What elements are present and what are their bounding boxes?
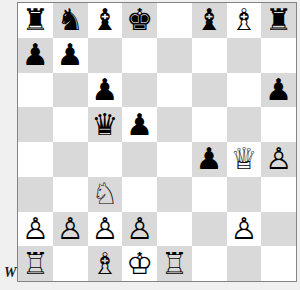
square-c1[interactable]: ♗	[88, 246, 123, 281]
square-h3[interactable]	[261, 177, 296, 212]
square-h7[interactable]	[261, 38, 296, 73]
square-e4[interactable]	[157, 142, 192, 177]
square-d2[interactable]: ♙	[122, 212, 157, 247]
square-e1[interactable]: ♖	[157, 246, 192, 281]
piece-black-bishop: ♝	[91, 5, 118, 35]
piece-black-rook: ♜	[22, 5, 49, 35]
piece-black-rook: ♜	[265, 5, 292, 35]
square-e8[interactable]	[157, 3, 192, 38]
square-a5[interactable]	[18, 107, 53, 142]
square-f3[interactable]	[192, 177, 227, 212]
square-c4[interactable]	[88, 142, 123, 177]
square-b4[interactable]	[53, 142, 88, 177]
square-b5[interactable]	[53, 107, 88, 142]
square-h2[interactable]	[261, 212, 296, 247]
piece-white-pawn: ♙	[91, 214, 118, 244]
square-b1[interactable]	[53, 246, 88, 281]
square-h8[interactable]: ♜	[261, 3, 296, 38]
piece-black-pawn: ♟	[265, 75, 292, 105]
side-to-move-indicator: W	[4, 265, 16, 281]
piece-black-knight: ♞	[57, 5, 84, 35]
square-c6[interactable]: ♟	[88, 73, 123, 108]
square-e2[interactable]	[157, 212, 192, 247]
piece-black-pawn: ♟	[196, 144, 223, 174]
square-g5[interactable]	[227, 107, 262, 142]
square-g1[interactable]	[227, 246, 262, 281]
square-e7[interactable]	[157, 38, 192, 73]
piece-white-king: ♔	[126, 249, 153, 279]
square-c3[interactable]: ♘	[88, 177, 123, 212]
square-a4[interactable]	[18, 142, 53, 177]
square-e6[interactable]	[157, 73, 192, 108]
square-c5[interactable]: ♛	[88, 107, 123, 142]
square-b7[interactable]: ♟	[53, 38, 88, 73]
square-a7[interactable]: ♟	[18, 38, 53, 73]
piece-white-pawn: ♙	[265, 144, 292, 174]
square-d7[interactable]	[122, 38, 157, 73]
square-c2[interactable]: ♙	[88, 212, 123, 247]
square-b8[interactable]: ♞	[53, 3, 88, 38]
square-g8[interactable]: ♗	[227, 3, 262, 38]
square-b6[interactable]	[53, 73, 88, 108]
square-g2[interactable]: ♙	[227, 212, 262, 247]
square-e3[interactable]	[157, 177, 192, 212]
square-f8[interactable]: ♝	[192, 3, 227, 38]
chess-board: ♜♞♝♚♝♗♜♟♟♟♟♛♟♟♕♙♘♙♙♙♙♙♖♗♔♖	[17, 2, 297, 282]
square-a1[interactable]: ♖	[18, 246, 53, 281]
square-h5[interactable]	[261, 107, 296, 142]
piece-black-pawn: ♟	[22, 40, 49, 70]
piece-black-king: ♚	[126, 5, 153, 35]
piece-black-pawn: ♟	[57, 40, 84, 70]
square-f7[interactable]	[192, 38, 227, 73]
piece-white-pawn: ♙	[126, 214, 153, 244]
piece-black-bishop: ♝	[196, 5, 223, 35]
square-g3[interactable]	[227, 177, 262, 212]
square-f4[interactable]: ♟	[192, 142, 227, 177]
piece-white-rook: ♖	[22, 249, 49, 279]
square-h1[interactable]	[261, 246, 296, 281]
square-e5[interactable]	[157, 107, 192, 142]
square-f1[interactable]	[192, 246, 227, 281]
square-f5[interactable]	[192, 107, 227, 142]
piece-white-pawn: ♙	[22, 214, 49, 244]
piece-white-bishop: ♗	[230, 5, 257, 35]
piece-white-rook: ♖	[161, 249, 188, 279]
square-c8[interactable]: ♝	[88, 3, 123, 38]
square-d8[interactable]: ♚	[122, 3, 157, 38]
square-h4[interactable]: ♙	[261, 142, 296, 177]
piece-white-knight: ♘	[91, 179, 118, 209]
square-d4[interactable]	[122, 142, 157, 177]
piece-black-pawn: ♟	[91, 75, 118, 105]
square-a8[interactable]: ♜	[18, 3, 53, 38]
square-d5[interactable]: ♟	[122, 107, 157, 142]
square-g7[interactable]	[227, 38, 262, 73]
piece-white-pawn: ♙	[230, 214, 257, 244]
square-a6[interactable]	[18, 73, 53, 108]
square-a3[interactable]	[18, 177, 53, 212]
piece-white-bishop: ♗	[91, 249, 118, 279]
square-f6[interactable]	[192, 73, 227, 108]
square-f2[interactable]	[192, 212, 227, 247]
piece-white-queen: ♕	[230, 144, 257, 174]
square-c7[interactable]	[88, 38, 123, 73]
square-a2[interactable]: ♙	[18, 212, 53, 247]
square-g4[interactable]: ♕	[227, 142, 262, 177]
square-h6[interactable]: ♟	[261, 73, 296, 108]
square-d6[interactable]	[122, 73, 157, 108]
square-b3[interactable]	[53, 177, 88, 212]
square-g6[interactable]	[227, 73, 262, 108]
piece-white-pawn: ♙	[57, 214, 84, 244]
square-d1[interactable]: ♔	[122, 246, 157, 281]
square-b2[interactable]: ♙	[53, 212, 88, 247]
piece-black-pawn: ♟	[126, 110, 153, 140]
piece-black-queen: ♛	[91, 110, 118, 140]
square-d3[interactable]	[122, 177, 157, 212]
